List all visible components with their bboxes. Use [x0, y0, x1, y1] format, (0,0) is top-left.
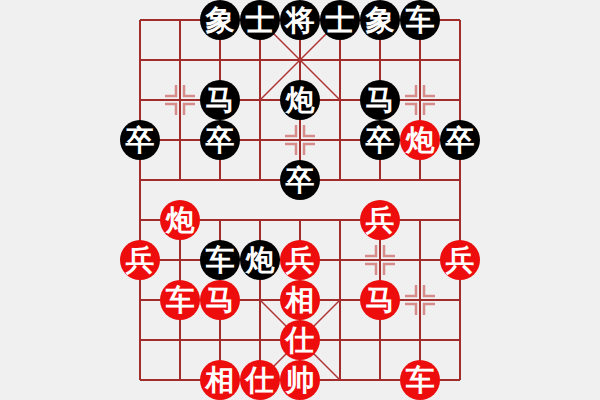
xiangqi-board[interactable]: 象士将士象车马炮马卒卒卒炮卒卒炮兵兵车炮兵兵车马相马仕相仕帅车 — [120, 0, 480, 400]
piece-black-chariot[interactable]: 车 — [400, 0, 440, 40]
piece-black-general[interactable]: 将 — [280, 0, 320, 40]
piece-red-soldier[interactable]: 兵 — [360, 200, 400, 240]
piece-black-elephant[interactable]: 象 — [360, 0, 400, 40]
piece-black-cannon[interactable]: 炮 — [280, 80, 320, 120]
piece-red-advisor[interactable]: 仕 — [280, 320, 320, 360]
piece-black-chariot[interactable]: 车 — [200, 240, 240, 280]
piece-black-soldier[interactable]: 卒 — [120, 120, 160, 160]
piece-red-cannon[interactable]: 炮 — [160, 200, 200, 240]
piece-black-soldier[interactable]: 卒 — [440, 120, 480, 160]
piece-red-elephant[interactable]: 相 — [280, 280, 320, 320]
piece-red-soldier[interactable]: 兵 — [280, 240, 320, 280]
piece-black-advisor[interactable]: 士 — [240, 0, 280, 40]
piece-red-general[interactable]: 帅 — [280, 360, 320, 400]
piece-black-elephant[interactable]: 象 — [200, 0, 240, 40]
piece-red-chariot[interactable]: 车 — [400, 360, 440, 400]
piece-black-soldier[interactable]: 卒 — [280, 160, 320, 200]
piece-red-horse[interactable]: 马 — [360, 280, 400, 320]
piece-black-soldier[interactable]: 卒 — [200, 120, 240, 160]
piece-red-cannon[interactable]: 炮 — [400, 120, 440, 160]
piece-red-advisor[interactable]: 仕 — [240, 360, 280, 400]
xiangqi-app-canvas: 象士将士象车马炮马卒卒卒炮卒卒炮兵兵车炮兵兵车马相马仕相仕帅车 — [0, 0, 600, 400]
piece-black-cannon[interactable]: 炮 — [240, 240, 280, 280]
piece-red-horse[interactable]: 马 — [200, 280, 240, 320]
piece-black-soldier[interactable]: 卒 — [360, 120, 400, 160]
board-pieces: 象士将士象车马炮马卒卒卒炮卒卒炮兵兵车炮兵兵车马相马仕相仕帅车 — [120, 0, 480, 400]
piece-black-advisor[interactable]: 士 — [320, 0, 360, 40]
piece-red-elephant[interactable]: 相 — [200, 360, 240, 400]
piece-black-horse[interactable]: 马 — [360, 80, 400, 120]
piece-red-soldier[interactable]: 兵 — [440, 240, 480, 280]
piece-red-soldier[interactable]: 兵 — [120, 240, 160, 280]
piece-black-horse[interactable]: 马 — [200, 80, 240, 120]
piece-red-chariot[interactable]: 车 — [160, 280, 200, 320]
